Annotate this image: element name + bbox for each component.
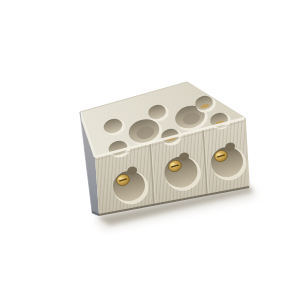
- product-photo-svg: [0, 0, 300, 300]
- product-photo: [0, 0, 300, 300]
